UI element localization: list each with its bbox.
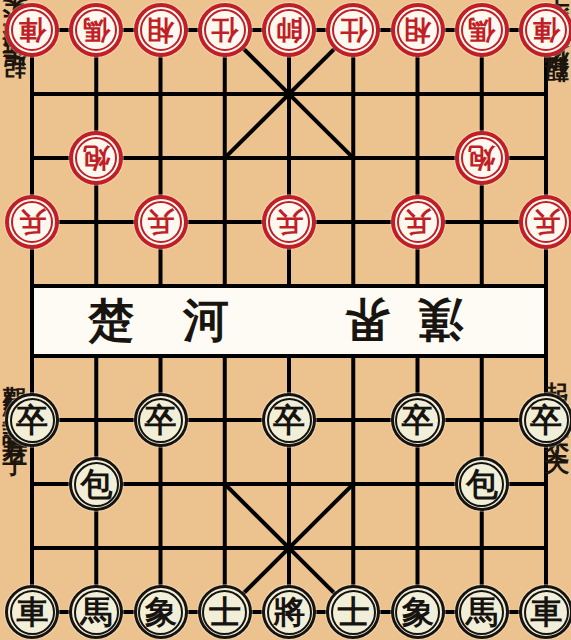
piece-ring: 相: [140, 9, 182, 51]
piece-black-advisor[interactable]: 士: [326, 585, 380, 639]
piece-label: 車: [16, 596, 48, 628]
piece-label: 兵: [533, 209, 560, 236]
piece-label: 兵: [19, 209, 46, 236]
piece-label: 象: [145, 596, 177, 628]
piece-label: 炮: [468, 145, 495, 172]
piece-label: 象: [402, 596, 434, 628]
piece-red-chariot[interactable]: 俥: [519, 3, 571, 57]
piece-label: 將: [273, 596, 305, 628]
piece-ring: 俥: [525, 9, 567, 51]
piece-label: 帥: [276, 17, 303, 44]
piece-black-cannon[interactable]: 包: [69, 457, 123, 511]
piece-black-chariot[interactable]: 車: [519, 585, 571, 639]
piece-black-advisor[interactable]: 士: [198, 585, 252, 639]
piece-label: 馬: [466, 596, 498, 628]
piece-label: 卒: [16, 404, 48, 436]
piece-label: 仕: [211, 17, 238, 44]
piece-red-soldier[interactable]: 兵: [391, 195, 445, 249]
piece-ring: 馬: [74, 590, 119, 635]
piece-ring: 仕: [204, 9, 246, 51]
piece-ring: 卒: [524, 398, 569, 443]
piece-red-cannon[interactable]: 炮: [455, 131, 509, 185]
piece-label: 包: [80, 468, 112, 500]
piece-label: 傌: [468, 17, 495, 44]
piece-ring: 仕: [332, 9, 374, 51]
piece-label: 傌: [83, 17, 110, 44]
piece-label: 俥: [533, 17, 560, 44]
piece-label: 相: [404, 17, 431, 44]
piece-ring: 兵: [525, 201, 567, 243]
piece-ring: 象: [138, 590, 183, 635]
piece-black-soldier[interactable]: 卒: [262, 393, 316, 447]
piece-red-advisor[interactable]: 仕: [198, 3, 252, 57]
piece-ring: 炮: [75, 137, 117, 179]
piece-ring: 車: [10, 590, 55, 635]
piece-ring: 包: [74, 462, 119, 507]
piece-black-cannon[interactable]: 包: [455, 457, 509, 511]
piece-ring: 俥: [11, 9, 53, 51]
piece-label: 炮: [83, 145, 110, 172]
piece-red-soldier[interactable]: 兵: [134, 195, 188, 249]
xiangqi-board: 起手無回大丈夫 觀棋不語真君子 觀棋不語真君子 起手無回大丈夫 楚河 漢界 俥傌…: [0, 0, 571, 640]
piece-black-soldier[interactable]: 卒: [134, 393, 188, 447]
piece-label: 兵: [276, 209, 303, 236]
piece-ring: 士: [331, 590, 376, 635]
piece-label: 俥: [19, 17, 46, 44]
piece-ring: 炮: [461, 137, 503, 179]
piece-ring: 將: [267, 590, 312, 635]
piece-label: 士: [209, 596, 241, 628]
piece-ring: 兵: [140, 201, 182, 243]
piece-label: 包: [466, 468, 498, 500]
piece-ring: 相: [397, 9, 439, 51]
piece-black-general[interactable]: 將: [262, 585, 316, 639]
piece-black-soldier[interactable]: 卒: [519, 393, 571, 447]
piece-black-horse[interactable]: 馬: [455, 585, 509, 639]
piece-red-elephant[interactable]: 相: [134, 3, 188, 57]
piece-black-elephant[interactable]: 象: [134, 585, 188, 639]
piece-ring: 車: [524, 590, 569, 635]
piece-ring: 卒: [10, 398, 55, 443]
piece-red-chariot[interactable]: 俥: [5, 3, 59, 57]
piece-label: 相: [147, 17, 174, 44]
piece-red-soldier[interactable]: 兵: [519, 195, 571, 249]
piece-red-soldier[interactable]: 兵: [5, 195, 59, 249]
piece-ring: 帥: [268, 9, 310, 51]
pieces-layer: 俥傌相仕帥仕相傌俥炮炮兵兵兵兵兵卒卒卒卒卒包包車馬象士將士象馬車: [0, 0, 571, 640]
piece-label: 車: [530, 596, 562, 628]
piece-ring: 兵: [397, 201, 439, 243]
piece-label: 卒: [273, 404, 305, 436]
piece-red-advisor[interactable]: 仕: [326, 3, 380, 57]
piece-black-horse[interactable]: 馬: [69, 585, 123, 639]
piece-red-horse[interactable]: 傌: [455, 3, 509, 57]
piece-ring: 傌: [461, 9, 503, 51]
piece-ring: 傌: [75, 9, 117, 51]
piece-black-chariot[interactable]: 車: [5, 585, 59, 639]
piece-label: 馬: [80, 596, 112, 628]
piece-ring: 卒: [267, 398, 312, 443]
piece-red-horse[interactable]: 傌: [69, 3, 123, 57]
piece-black-elephant[interactable]: 象: [391, 585, 445, 639]
piece-label: 士: [337, 596, 369, 628]
piece-label: 卒: [402, 404, 434, 436]
piece-ring: 卒: [395, 398, 440, 443]
piece-ring: 包: [459, 462, 504, 507]
piece-black-soldier[interactable]: 卒: [5, 393, 59, 447]
piece-label: 兵: [147, 209, 174, 236]
piece-ring: 象: [395, 590, 440, 635]
piece-label: 兵: [404, 209, 431, 236]
piece-label: 卒: [145, 404, 177, 436]
piece-label: 仕: [340, 17, 367, 44]
piece-ring: 兵: [11, 201, 53, 243]
piece-red-soldier[interactable]: 兵: [262, 195, 316, 249]
piece-black-soldier[interactable]: 卒: [391, 393, 445, 447]
piece-ring: 士: [202, 590, 247, 635]
piece-ring: 兵: [268, 201, 310, 243]
piece-label: 卒: [530, 404, 562, 436]
piece-red-cannon[interactable]: 炮: [69, 131, 123, 185]
piece-ring: 卒: [138, 398, 183, 443]
piece-red-elephant[interactable]: 相: [391, 3, 445, 57]
piece-ring: 馬: [459, 590, 504, 635]
piece-red-general[interactable]: 帥: [262, 3, 316, 57]
